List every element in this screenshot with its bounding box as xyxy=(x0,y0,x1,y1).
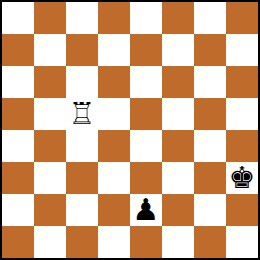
chess-board-frame: ♖♚♟ xyxy=(0,0,260,260)
square-e6[interactable] xyxy=(130,66,162,98)
square-g1[interactable] xyxy=(194,226,226,258)
square-b4[interactable] xyxy=(34,130,66,162)
square-d4[interactable] xyxy=(98,130,130,162)
square-a5[interactable] xyxy=(2,98,34,130)
square-a1[interactable] xyxy=(2,226,34,258)
square-h7[interactable] xyxy=(226,34,258,66)
square-d5[interactable] xyxy=(98,98,130,130)
square-e2[interactable]: ♟ xyxy=(130,194,162,226)
square-e7[interactable] xyxy=(130,34,162,66)
square-d1[interactable] xyxy=(98,226,130,258)
square-g4[interactable] xyxy=(194,130,226,162)
square-c5[interactable]: ♖ xyxy=(66,98,98,130)
square-c8[interactable] xyxy=(66,2,98,34)
square-g5[interactable] xyxy=(194,98,226,130)
black-king[interactable]: ♚ xyxy=(229,162,256,194)
square-h8[interactable] xyxy=(226,2,258,34)
square-c1[interactable] xyxy=(66,226,98,258)
square-d2[interactable] xyxy=(98,194,130,226)
square-g7[interactable] xyxy=(194,34,226,66)
square-e5[interactable] xyxy=(130,98,162,130)
square-b6[interactable] xyxy=(34,66,66,98)
square-c7[interactable] xyxy=(66,34,98,66)
square-g3[interactable] xyxy=(194,162,226,194)
square-h3[interactable]: ♚ xyxy=(226,162,258,194)
square-b7[interactable] xyxy=(34,34,66,66)
chess-board: ♖♚♟ xyxy=(2,2,258,258)
square-d6[interactable] xyxy=(98,66,130,98)
square-b1[interactable] xyxy=(34,226,66,258)
square-h6[interactable] xyxy=(226,66,258,98)
square-a8[interactable] xyxy=(2,2,34,34)
square-a4[interactable] xyxy=(2,130,34,162)
square-d8[interactable] xyxy=(98,2,130,34)
square-c6[interactable] xyxy=(66,66,98,98)
square-e3[interactable] xyxy=(130,162,162,194)
square-e1[interactable] xyxy=(130,226,162,258)
square-g2[interactable] xyxy=(194,194,226,226)
square-a6[interactable] xyxy=(2,66,34,98)
square-h4[interactable] xyxy=(226,130,258,162)
square-g6[interactable] xyxy=(194,66,226,98)
square-f4[interactable] xyxy=(162,130,194,162)
square-f7[interactable] xyxy=(162,34,194,66)
square-f8[interactable] xyxy=(162,2,194,34)
square-a7[interactable] xyxy=(2,34,34,66)
square-h5[interactable] xyxy=(226,98,258,130)
square-e4[interactable] xyxy=(130,130,162,162)
square-c4[interactable] xyxy=(66,130,98,162)
square-f6[interactable] xyxy=(162,66,194,98)
square-h2[interactable] xyxy=(226,194,258,226)
square-f2[interactable] xyxy=(162,194,194,226)
black-pawn[interactable]: ♟ xyxy=(133,194,160,226)
square-g8[interactable] xyxy=(194,2,226,34)
white-rook[interactable]: ♖ xyxy=(69,98,96,130)
square-c3[interactable] xyxy=(66,162,98,194)
square-d7[interactable] xyxy=(98,34,130,66)
square-b5[interactable] xyxy=(34,98,66,130)
square-d3[interactable] xyxy=(98,162,130,194)
square-a3[interactable] xyxy=(2,162,34,194)
square-f1[interactable] xyxy=(162,226,194,258)
square-b8[interactable] xyxy=(34,2,66,34)
square-e8[interactable] xyxy=(130,2,162,34)
square-a2[interactable] xyxy=(2,194,34,226)
square-b3[interactable] xyxy=(34,162,66,194)
square-f5[interactable] xyxy=(162,98,194,130)
square-h1[interactable] xyxy=(226,226,258,258)
square-f3[interactable] xyxy=(162,162,194,194)
square-b2[interactable] xyxy=(34,194,66,226)
square-c2[interactable] xyxy=(66,194,98,226)
